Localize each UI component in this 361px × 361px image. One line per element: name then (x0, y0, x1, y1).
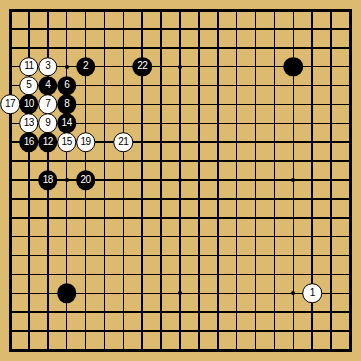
go-diagram: 12345678910111213141516171819202122 (0, 0, 361, 361)
star-point-4-10 (65, 178, 69, 182)
grid-line-horizontal-18 (10, 330, 350, 332)
stone-black-2-E16: 2 (76, 57, 96, 77)
grid-line-vertical-18 (330, 10, 332, 350)
stone-black-4-C15: 4 (38, 76, 58, 96)
star-point-4-4 (65, 65, 69, 69)
star-point-16-10 (291, 178, 295, 182)
stone-label: 17 (5, 99, 15, 109)
grid-line-vertical-14 (255, 10, 257, 350)
grid-line-vertical-11 (198, 10, 200, 350)
stone-white-5-B15: 5 (19, 76, 39, 96)
stone-label: 14 (62, 118, 72, 128)
grid-line-horizontal-13 (10, 236, 350, 238)
stone-label: 13 (24, 118, 34, 128)
grid-line-vertical-13 (236, 10, 238, 350)
grid-line-horizontal-12 (10, 217, 350, 219)
stone-label: 15 (62, 137, 72, 147)
stone-label: 1 (310, 288, 315, 298)
stone-black-12-C12: 12 (38, 132, 58, 152)
star-point-10-16 (178, 291, 182, 295)
stone-label: 10 (24, 99, 34, 109)
stone-black-setup-D4 (57, 284, 77, 304)
stone-black-20-E10: 20 (76, 170, 96, 190)
stone-white-15-D12: 15 (57, 132, 77, 152)
stone-white-21-G12: 21 (114, 132, 134, 152)
stone-black-10-B14: 10 (19, 95, 39, 115)
star-point-10-4 (178, 65, 182, 69)
stone-label: 12 (43, 137, 53, 147)
stone-label: 5 (26, 81, 31, 91)
stone-label: 19 (80, 137, 90, 147)
stone-label: 6 (64, 81, 69, 91)
stone-white-1-R4: 1 (302, 284, 322, 304)
grid-line-vertical-12 (217, 10, 219, 350)
stone-black-8-D14: 8 (57, 95, 77, 115)
stone-label: 18 (43, 175, 53, 185)
stone-label: 2 (83, 62, 88, 72)
stone-white-13-B13: 13 (19, 114, 39, 134)
stone-label: 7 (45, 99, 50, 109)
stone-label: 4 (45, 81, 50, 91)
stone-white-17-A14: 17 (0, 95, 20, 115)
stone-black-16-B12: 16 (19, 132, 39, 152)
stone-black-18-C10: 18 (38, 170, 58, 190)
stone-label: 9 (45, 118, 50, 128)
stone-label: 16 (24, 137, 34, 147)
stone-label: 8 (64, 99, 69, 109)
stone-white-3-C16: 3 (38, 57, 58, 77)
grid-line-horizontal-14 (10, 255, 350, 257)
star-point-16-16 (291, 291, 295, 295)
grid-line-horizontal-15 (10, 274, 350, 276)
stone-label: 22 (137, 62, 147, 72)
grid-line-horizontal-11 (10, 198, 350, 200)
stone-white-9-C13: 9 (38, 114, 58, 134)
stone-black-6-D15: 6 (57, 76, 77, 96)
stone-black-14-D13: 14 (57, 114, 77, 134)
stone-white-19-E12: 19 (76, 132, 96, 152)
stone-label: 21 (118, 137, 128, 147)
grid-line-vertical-15 (274, 10, 276, 350)
stone-black-22-H16: 22 (132, 57, 152, 77)
stone-black-setup-Q16 (284, 57, 304, 77)
stone-white-7-C14: 7 (38, 95, 58, 115)
stone-label: 3 (45, 62, 50, 72)
star-point-10-10 (178, 178, 182, 182)
stone-white-11-B16: 11 (19, 57, 39, 77)
grid-line-horizontal-17 (10, 311, 350, 313)
stone-label: 11 (24, 62, 33, 72)
stone-label: 20 (80, 175, 90, 185)
